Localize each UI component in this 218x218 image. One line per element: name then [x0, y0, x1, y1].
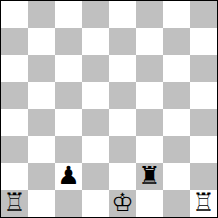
square-a7[interactable]: [1, 28, 28, 55]
square-f2[interactable]: ♜: [136, 163, 163, 190]
square-f3[interactable]: [136, 136, 163, 163]
square-b1[interactable]: [28, 190, 55, 217]
square-d5[interactable]: [82, 82, 109, 109]
square-g4[interactable]: [163, 109, 190, 136]
square-h2[interactable]: [190, 163, 217, 190]
square-d6[interactable]: [82, 55, 109, 82]
square-f1[interactable]: [136, 190, 163, 217]
square-b3[interactable]: [28, 136, 55, 163]
square-d8[interactable]: [82, 1, 109, 28]
square-f4[interactable]: [136, 109, 163, 136]
square-b2[interactable]: [28, 163, 55, 190]
white-rook: ♖: [192, 190, 214, 216]
square-g2[interactable]: [163, 163, 190, 190]
square-b5[interactable]: [28, 82, 55, 109]
square-h1[interactable]: ♖: [190, 190, 217, 217]
square-c6[interactable]: [55, 55, 82, 82]
square-b7[interactable]: [28, 28, 55, 55]
square-h3[interactable]: [190, 136, 217, 163]
square-c7[interactable]: [55, 28, 82, 55]
square-d1[interactable]: [82, 190, 109, 217]
square-a1[interactable]: ♖: [1, 190, 28, 217]
square-b6[interactable]: [28, 55, 55, 82]
square-e3[interactable]: [109, 136, 136, 163]
square-a2[interactable]: [1, 163, 28, 190]
square-h6[interactable]: [190, 55, 217, 82]
chess-board[interactable]: ♟♜♖♔♖: [0, 0, 218, 218]
square-h4[interactable]: [190, 109, 217, 136]
square-e1[interactable]: ♔: [109, 190, 136, 217]
square-h7[interactable]: [190, 28, 217, 55]
square-b4[interactable]: [28, 109, 55, 136]
white-king: ♔: [111, 190, 133, 216]
square-g8[interactable]: [163, 1, 190, 28]
square-c2[interactable]: ♟: [55, 163, 82, 190]
black-pawn: ♟: [57, 163, 79, 189]
square-f7[interactable]: [136, 28, 163, 55]
square-g1[interactable]: [163, 190, 190, 217]
square-e4[interactable]: [109, 109, 136, 136]
square-f5[interactable]: [136, 82, 163, 109]
square-a6[interactable]: [1, 55, 28, 82]
square-d4[interactable]: [82, 109, 109, 136]
square-e7[interactable]: [109, 28, 136, 55]
square-c8[interactable]: [55, 1, 82, 28]
black-rook: ♜: [138, 163, 160, 189]
square-a4[interactable]: [1, 109, 28, 136]
square-c3[interactable]: [55, 136, 82, 163]
square-c1[interactable]: [55, 190, 82, 217]
square-e6[interactable]: [109, 55, 136, 82]
square-a3[interactable]: [1, 136, 28, 163]
square-f8[interactable]: [136, 1, 163, 28]
square-g5[interactable]: [163, 82, 190, 109]
square-e8[interactable]: [109, 1, 136, 28]
square-g6[interactable]: [163, 55, 190, 82]
white-rook: ♖: [3, 190, 25, 216]
square-a8[interactable]: [1, 1, 28, 28]
square-c5[interactable]: [55, 82, 82, 109]
square-g3[interactable]: [163, 136, 190, 163]
square-h5[interactable]: [190, 82, 217, 109]
square-h8[interactable]: [190, 1, 217, 28]
square-d3[interactable]: [82, 136, 109, 163]
square-b8[interactable]: [28, 1, 55, 28]
square-g7[interactable]: [163, 28, 190, 55]
square-e5[interactable]: [109, 82, 136, 109]
square-d2[interactable]: [82, 163, 109, 190]
square-f6[interactable]: [136, 55, 163, 82]
square-a5[interactable]: [1, 82, 28, 109]
square-d7[interactable]: [82, 28, 109, 55]
square-c4[interactable]: [55, 109, 82, 136]
square-e2[interactable]: [109, 163, 136, 190]
